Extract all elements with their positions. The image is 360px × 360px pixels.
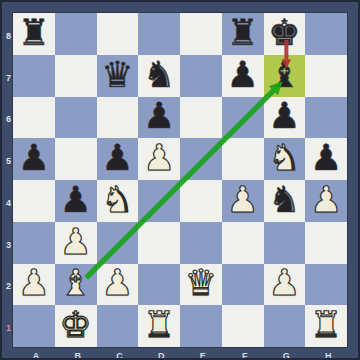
square-g7[interactable]: ♝	[264, 55, 306, 97]
white-pawn-h4[interactable]: ♟	[310, 182, 342, 218]
white-pawn-a2[interactable]: ♟	[18, 265, 50, 301]
white-pawn-d5[interactable]: ♟	[143, 140, 175, 176]
square-d7[interactable]: ♞	[138, 55, 180, 97]
square-a4[interactable]	[13, 180, 55, 222]
rank-label-1: 1	[6, 323, 11, 333]
square-e1[interactable]	[180, 305, 222, 347]
square-e8[interactable]	[180, 13, 222, 55]
file-label-g: G	[283, 351, 290, 360]
white-rook-h1[interactable]: ♜	[310, 307, 342, 343]
black-bishop-g7[interactable]: ♝	[268, 57, 300, 93]
file-label-a: A	[33, 351, 40, 360]
square-a5[interactable]: ♟	[13, 138, 55, 180]
rank-label-2: 2	[6, 281, 11, 291]
black-king-g8[interactable]: ♚	[268, 15, 300, 51]
file-label-d: D	[158, 351, 165, 360]
square-b6[interactable]	[55, 97, 97, 139]
square-c4[interactable]: ♞	[97, 180, 139, 222]
black-pawn-b4[interactable]: ♟	[59, 182, 91, 218]
square-d2[interactable]	[138, 264, 180, 306]
square-f5[interactable]	[222, 138, 264, 180]
black-pawn-f7[interactable]: ♟	[226, 57, 258, 93]
white-knight-c4[interactable]: ♞	[101, 182, 133, 218]
square-h2[interactable]	[305, 264, 347, 306]
black-knight-d7[interactable]: ♞	[143, 57, 175, 93]
rank-label-5: 5	[6, 156, 11, 166]
rank-label-3: 3	[6, 240, 11, 250]
file-label-h: H	[325, 351, 332, 360]
square-a8[interactable]: ♜	[13, 13, 55, 55]
square-b7[interactable]	[55, 55, 97, 97]
square-h1[interactable]: ♜	[305, 305, 347, 347]
file-label-e: E	[200, 351, 206, 360]
square-c5[interactable]: ♟	[97, 138, 139, 180]
square-g2[interactable]: ♟	[264, 264, 306, 306]
rank-label-8: 8	[6, 31, 11, 41]
black-pawn-g6[interactable]: ♟	[268, 98, 300, 134]
square-f7[interactable]: ♟	[222, 55, 264, 97]
file-label-c: C	[116, 351, 123, 360]
white-pawn-g2[interactable]: ♟	[268, 265, 300, 301]
square-g6[interactable]: ♟	[264, 97, 306, 139]
square-b3[interactable]: ♟	[55, 222, 97, 264]
square-d4[interactable]	[138, 180, 180, 222]
square-c2[interactable]: ♟	[97, 264, 139, 306]
file-label-f: F	[242, 351, 248, 360]
square-d8[interactable]	[138, 13, 180, 55]
black-rook-a8[interactable]: ♜	[18, 15, 50, 51]
square-f6[interactable]	[222, 97, 264, 139]
square-a2[interactable]: ♟	[13, 264, 55, 306]
square-d1[interactable]: ♜	[138, 305, 180, 347]
square-g3[interactable]	[264, 222, 306, 264]
square-c6[interactable]	[97, 97, 139, 139]
square-f4[interactable]: ♟	[222, 180, 264, 222]
square-h4[interactable]: ♟	[305, 180, 347, 222]
black-knight-g4[interactable]: ♞	[268, 182, 300, 218]
square-d3[interactable]	[138, 222, 180, 264]
black-pawn-c5[interactable]: ♟	[101, 140, 133, 176]
chess-board-frame: ♜♜♚♛♞♟♝♟♟♟♟♟♞♟♟♞♟♞♟♟♟♝♟♛♟♚♜♜ 87654321ABC…	[0, 0, 360, 360]
chess-board: ♜♜♚♛♞♟♝♟♟♟♟♟♞♟♟♞♟♞♟♟♟♝♟♛♟♚♜♜	[13, 13, 347, 347]
square-g8[interactable]: ♚	[264, 13, 306, 55]
square-a6[interactable]	[13, 97, 55, 139]
square-b5[interactable]	[55, 138, 97, 180]
square-d5[interactable]: ♟	[138, 138, 180, 180]
black-pawn-h5[interactable]: ♟	[310, 140, 342, 176]
white-knight-g5[interactable]: ♞	[268, 140, 300, 176]
square-f2[interactable]	[222, 264, 264, 306]
rank-label-6: 6	[6, 114, 11, 124]
black-queen-c7[interactable]: ♛	[101, 57, 133, 93]
square-b2[interactable]: ♝	[55, 264, 97, 306]
white-bishop-b2[interactable]: ♝	[59, 265, 91, 301]
square-e4[interactable]	[180, 180, 222, 222]
white-rook-d1[interactable]: ♜	[143, 307, 175, 343]
square-h7[interactable]	[305, 55, 347, 97]
square-f1[interactable]	[222, 305, 264, 347]
rank-label-4: 4	[6, 198, 11, 208]
square-a3[interactable]	[13, 222, 55, 264]
square-g1[interactable]	[264, 305, 306, 347]
square-h5[interactable]: ♟	[305, 138, 347, 180]
white-queen-e2[interactable]: ♛	[185, 265, 217, 301]
white-pawn-b3[interactable]: ♟	[59, 224, 91, 260]
square-e5[interactable]	[180, 138, 222, 180]
square-h6[interactable]	[305, 97, 347, 139]
square-g4[interactable]: ♞	[264, 180, 306, 222]
square-a7[interactable]	[13, 55, 55, 97]
square-g5[interactable]: ♞	[264, 138, 306, 180]
square-b1[interactable]: ♚	[55, 305, 97, 347]
square-h8[interactable]	[305, 13, 347, 55]
white-king-b1[interactable]: ♚	[59, 307, 91, 343]
square-c7[interactable]: ♛	[97, 55, 139, 97]
file-label-b: B	[74, 351, 81, 360]
square-c3[interactable]	[97, 222, 139, 264]
square-c8[interactable]	[97, 13, 139, 55]
square-e6[interactable]	[180, 97, 222, 139]
square-a1[interactable]	[13, 305, 55, 347]
square-e2[interactable]: ♛	[180, 264, 222, 306]
square-f8[interactable]: ♜	[222, 13, 264, 55]
white-pawn-f4[interactable]: ♟	[226, 182, 258, 218]
square-h3[interactable]	[305, 222, 347, 264]
square-f3[interactable]	[222, 222, 264, 264]
white-pawn-c2[interactable]: ♟	[101, 265, 133, 301]
square-e7[interactable]	[180, 55, 222, 97]
square-b8[interactable]	[55, 13, 97, 55]
square-d6[interactable]: ♟	[138, 97, 180, 139]
black-pawn-a5[interactable]: ♟	[18, 140, 50, 176]
square-b4[interactable]: ♟	[55, 180, 97, 222]
square-c1[interactable]	[97, 305, 139, 347]
black-rook-f8[interactable]: ♜	[226, 15, 258, 51]
square-e3[interactable]	[180, 222, 222, 264]
black-pawn-d6[interactable]: ♟	[143, 98, 175, 134]
rank-label-7: 7	[6, 73, 11, 83]
